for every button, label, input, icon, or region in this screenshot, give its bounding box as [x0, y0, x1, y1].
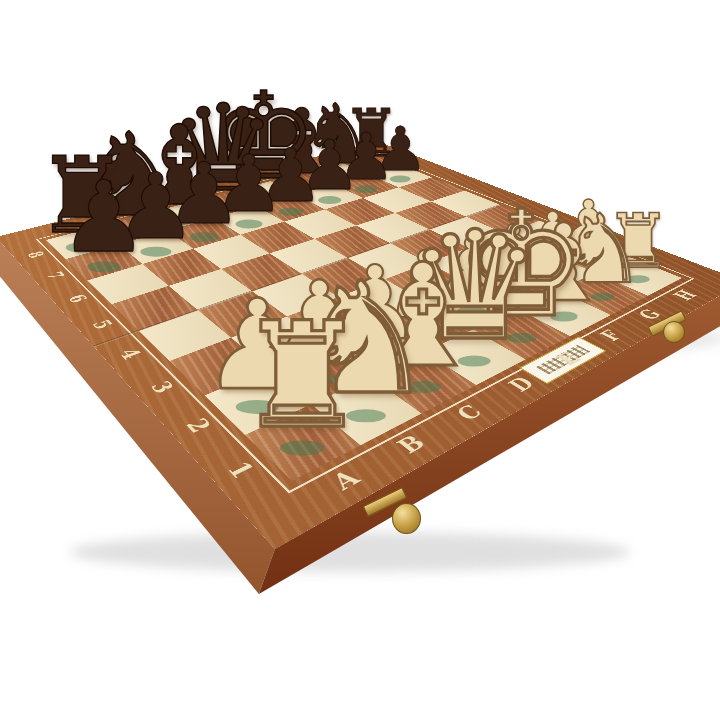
- file-label-f: F: [594, 327, 628, 344]
- rank-label-2: 2: [180, 414, 218, 437]
- rank-label-7: 7: [41, 270, 69, 282]
- file-label-h: H: [668, 287, 702, 303]
- rank-label-8: 8: [22, 249, 49, 260]
- rank-label-4: 4: [114, 345, 148, 362]
- rank-label-1: 1: [221, 457, 262, 483]
- front-latch-medallion: [392, 503, 421, 534]
- chess-set-product-photo: A1B2C3D4E5F6G7H8 ♜︎♞︎♟︎♝︎♟︎♚︎♟︎♛︎♟︎♝︎♟︎♞…: [0, 0, 720, 720]
- rank-label-5: 5: [87, 317, 119, 332]
- file-label-b: B: [391, 431, 432, 459]
- file-label-a: A: [326, 465, 367, 495]
- rank-label-3: 3: [144, 378, 180, 398]
- file-label-c: C: [450, 401, 489, 425]
- rank-label-6: 6: [63, 292, 93, 306]
- side-latch-medallion: [663, 321, 685, 343]
